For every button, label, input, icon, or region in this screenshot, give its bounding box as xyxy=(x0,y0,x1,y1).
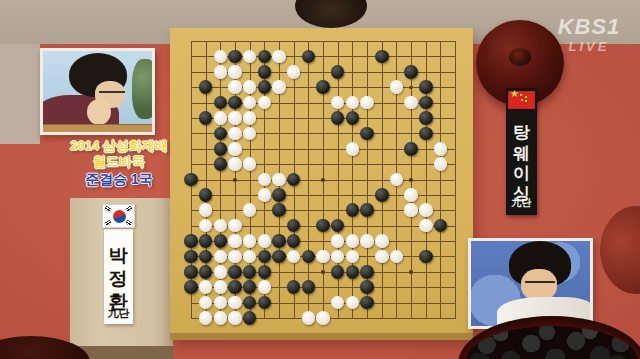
black-stone xyxy=(243,311,257,325)
kbs-watermark: KBS1 LIVE xyxy=(547,16,631,53)
white-stone xyxy=(243,203,257,217)
white-stone xyxy=(228,65,242,79)
white-stone xyxy=(199,219,213,233)
glasses-icon xyxy=(99,91,125,96)
channel-label: KBS1 xyxy=(547,16,631,38)
caption-line-1: 2014 삼성화재배 xyxy=(53,138,185,154)
white-stone xyxy=(228,157,242,171)
white-stone xyxy=(228,219,242,233)
white-stone xyxy=(346,234,360,248)
star-point xyxy=(321,270,325,274)
white-stone xyxy=(243,234,257,248)
white-stone xyxy=(243,111,257,125)
white-stone xyxy=(346,296,360,310)
white-stone xyxy=(272,80,286,94)
black-stone xyxy=(228,265,242,279)
white-stone xyxy=(214,265,228,279)
white-stone xyxy=(390,80,404,94)
star-point xyxy=(409,270,413,274)
white-stone xyxy=(243,80,257,94)
china-flag-icon: ★ xyxy=(508,91,535,109)
black-stones-pile xyxy=(466,326,638,359)
white-stone xyxy=(434,142,448,156)
nameplate-right: ★ 탕웨이싱 九단 xyxy=(506,88,537,215)
white-stone xyxy=(360,96,374,110)
black-stone xyxy=(419,111,433,125)
black-stone xyxy=(375,50,389,64)
player-rank-left: 九단 xyxy=(104,306,133,321)
caption-line-2: 월드바둑 xyxy=(53,154,185,170)
star-point xyxy=(409,178,413,182)
black-stone xyxy=(214,142,228,156)
black-stone xyxy=(375,188,389,202)
white-stone xyxy=(228,127,242,141)
black-stone xyxy=(243,280,257,294)
player-rank-right: 九단 xyxy=(506,196,537,210)
black-stone xyxy=(214,127,228,141)
board-grid xyxy=(191,41,456,319)
white-stone xyxy=(214,65,228,79)
white-stone xyxy=(434,157,448,171)
white-stone xyxy=(228,250,242,264)
player-photo-right xyxy=(468,238,593,329)
white-stone xyxy=(346,250,360,264)
white-stone xyxy=(199,203,213,217)
black-stone xyxy=(419,96,433,110)
white-stone xyxy=(258,173,272,187)
black-stone xyxy=(272,234,286,248)
white-stone xyxy=(316,311,330,325)
white-stone xyxy=(331,234,345,248)
black-stone xyxy=(243,265,257,279)
white-stone xyxy=(302,311,316,325)
white-stone xyxy=(228,142,242,156)
black-stone xyxy=(184,265,198,279)
white-stone xyxy=(390,250,404,264)
white-stone xyxy=(199,296,213,310)
star-point xyxy=(409,86,413,90)
white-stone xyxy=(272,173,286,187)
black-stone xyxy=(258,80,272,94)
black-stone xyxy=(228,280,242,294)
white-stone xyxy=(346,96,360,110)
black-stone xyxy=(287,234,301,248)
black-stone xyxy=(199,250,213,264)
black-stone xyxy=(331,111,345,125)
broadcast-frame: 2014 삼성화재배 월드바둑 준결승 1국 박정환 九단 ★ 탕웨이싱 九단 xyxy=(0,0,640,359)
black-stone xyxy=(331,65,345,79)
white-stone xyxy=(214,50,228,64)
black-stone xyxy=(214,96,228,110)
black-stone xyxy=(258,265,272,279)
black-stone xyxy=(360,280,374,294)
white-stone xyxy=(404,203,418,217)
white-stone xyxy=(199,311,213,325)
white-stone xyxy=(214,296,228,310)
white-stone xyxy=(243,127,257,141)
white-stone xyxy=(228,234,242,248)
black-stone xyxy=(184,250,198,264)
white-stone xyxy=(390,173,404,187)
photo-desk-edge xyxy=(43,124,152,132)
white-stone xyxy=(258,234,272,248)
caption-line-3: 준결승 1국 xyxy=(53,171,185,189)
black-stone xyxy=(199,111,213,125)
black-stone xyxy=(316,80,330,94)
black-stone xyxy=(419,80,433,94)
white-stone xyxy=(258,280,272,294)
black-stone xyxy=(331,219,345,233)
go-board xyxy=(170,28,473,340)
white-stone xyxy=(258,96,272,110)
black-stone xyxy=(316,219,330,233)
black-stone xyxy=(331,265,345,279)
black-stone xyxy=(287,219,301,233)
white-stone xyxy=(360,234,374,248)
black-stone xyxy=(346,111,360,125)
black-stone xyxy=(404,142,418,156)
black-stone xyxy=(360,265,374,279)
white-stone xyxy=(214,311,228,325)
black-stone xyxy=(346,265,360,279)
black-stone xyxy=(302,50,316,64)
black-stone xyxy=(258,250,272,264)
star-point xyxy=(233,178,237,182)
white-stone xyxy=(346,142,360,156)
black-stone xyxy=(184,234,198,248)
event-caption: 2014 삼성화재배 월드바둑 준결승 1국 xyxy=(53,138,185,188)
black-stone xyxy=(287,280,301,294)
black-stone xyxy=(214,234,228,248)
white-stone xyxy=(287,65,301,79)
white-stone xyxy=(331,296,345,310)
white-stone xyxy=(375,234,389,248)
black-stone xyxy=(272,250,286,264)
black-stone xyxy=(258,65,272,79)
white-stone xyxy=(199,280,213,294)
white-stone xyxy=(228,296,242,310)
black-stone xyxy=(199,188,213,202)
white-stone xyxy=(214,250,228,264)
black-stone xyxy=(258,296,272,310)
black-stone xyxy=(404,65,418,79)
black-stone xyxy=(302,250,316,264)
black-stone xyxy=(199,265,213,279)
black-stone xyxy=(360,203,374,217)
black-stone xyxy=(272,188,286,202)
white-stone xyxy=(404,96,418,110)
black-stone xyxy=(228,50,242,64)
bowl-lid-knob xyxy=(509,48,531,66)
black-stone xyxy=(243,296,257,310)
black-stone xyxy=(360,296,374,310)
black-stone xyxy=(199,234,213,248)
plant-decor xyxy=(132,59,155,119)
player-name-left: 박정환 xyxy=(109,233,128,302)
white-stone xyxy=(316,250,330,264)
black-stone xyxy=(214,157,228,171)
black-stone xyxy=(272,203,286,217)
black-stone xyxy=(302,280,316,294)
white-stone xyxy=(404,188,418,202)
white-stone xyxy=(375,250,389,264)
star-point xyxy=(321,178,325,182)
white-stone xyxy=(287,250,301,264)
white-stone xyxy=(258,188,272,202)
white-stone xyxy=(243,250,257,264)
white-stone xyxy=(214,280,228,294)
black-stone xyxy=(287,173,301,187)
background-left xyxy=(0,44,40,144)
black-stone xyxy=(199,80,213,94)
glasses-icon xyxy=(525,281,555,286)
white-stone xyxy=(243,50,257,64)
black-stone xyxy=(228,96,242,110)
white-stone xyxy=(214,111,228,125)
player-left-hand xyxy=(87,99,111,125)
black-stone xyxy=(346,203,360,217)
white-stone xyxy=(419,219,433,233)
white-stone xyxy=(272,50,286,64)
black-stone xyxy=(184,173,198,187)
korea-flag-icon xyxy=(102,204,135,228)
white-stone xyxy=(228,311,242,325)
live-label: LIVE xyxy=(547,40,631,53)
black-stone xyxy=(419,127,433,141)
black-stone xyxy=(184,280,198,294)
white-stone xyxy=(419,203,433,217)
white-stone xyxy=(228,111,242,125)
nameplate-left: 박정환 九단 xyxy=(102,204,135,324)
white-stone xyxy=(331,96,345,110)
black-stone xyxy=(360,127,374,141)
player-name-right: 탕웨이싱 xyxy=(513,112,530,192)
white-stone xyxy=(243,96,257,110)
black-stone xyxy=(258,50,272,64)
white-stone xyxy=(214,219,228,233)
player-photo-left xyxy=(40,48,155,135)
black-stone xyxy=(434,219,448,233)
black-stone xyxy=(419,250,433,264)
white-stone xyxy=(331,250,345,264)
white-stone xyxy=(228,80,242,94)
white-stone xyxy=(243,157,257,171)
